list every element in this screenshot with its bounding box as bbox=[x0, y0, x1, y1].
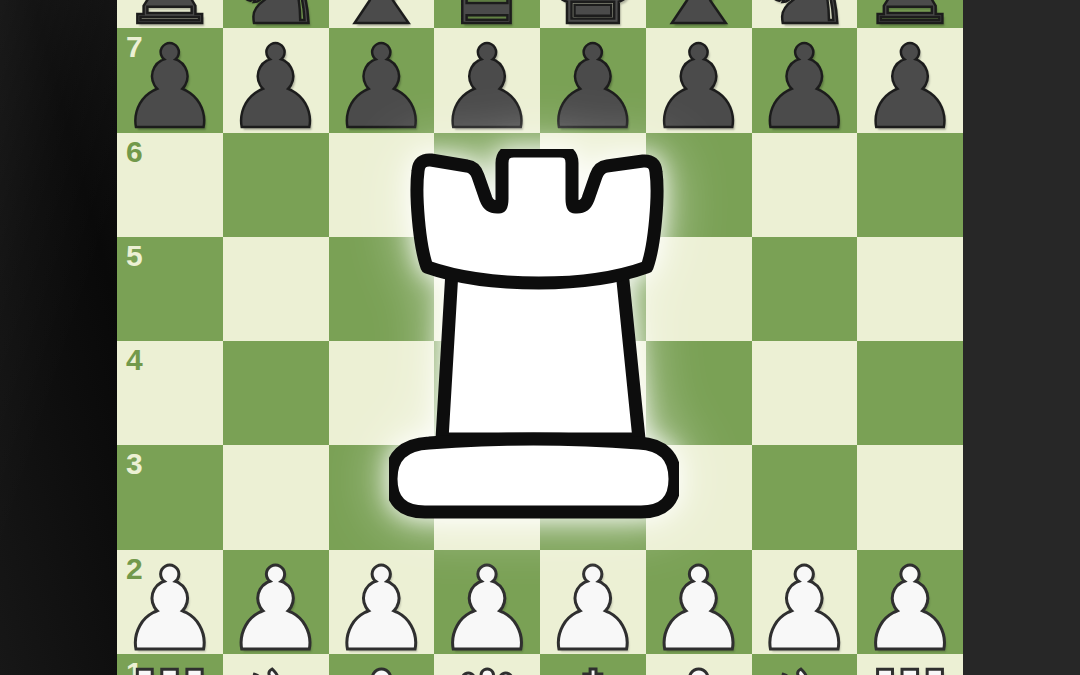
square-g6[interactable] bbox=[752, 133, 858, 237]
left-background-panel bbox=[0, 0, 117, 675]
rook-body bbox=[442, 271, 639, 439]
square-g4[interactable] bbox=[752, 341, 858, 445]
right-background-panel bbox=[963, 0, 1080, 675]
square-h2[interactable]: ♟ bbox=[857, 550, 963, 654]
white-bishop-piece[interactable]: ♝ bbox=[329, 661, 435, 675]
square-b5[interactable] bbox=[223, 237, 329, 341]
black-pawn-piece[interactable]: ♟ bbox=[329, 35, 435, 139]
white-king-piece[interactable]: ♚ bbox=[540, 661, 646, 675]
white-knight-piece[interactable]: ♞ bbox=[223, 661, 329, 675]
square-e7[interactable]: ♟ bbox=[540, 28, 646, 132]
square-a6[interactable]: 6 bbox=[117, 133, 223, 237]
square-g1[interactable]: ♞ bbox=[752, 654, 858, 675]
square-b6[interactable] bbox=[223, 133, 329, 237]
square-h4[interactable] bbox=[857, 341, 963, 445]
square-g2[interactable]: ♟ bbox=[752, 550, 858, 654]
black-pawn-piece[interactable]: ♟ bbox=[434, 35, 540, 139]
square-h7[interactable]: ♟ bbox=[857, 28, 963, 132]
rank-label-4: 4 bbox=[126, 343, 143, 376]
big-white-rook-icon bbox=[389, 149, 679, 519]
square-f7[interactable]: ♟ bbox=[646, 28, 752, 132]
rank-label-3: 3 bbox=[126, 447, 143, 480]
rank-label-6: 6 bbox=[126, 135, 143, 168]
square-a4[interactable]: 4 bbox=[117, 341, 223, 445]
black-pawn-piece[interactable]: ♟ bbox=[540, 35, 646, 139]
square-h1[interactable]: ♜ bbox=[857, 654, 963, 675]
black-pawn-piece[interactable]: ♟ bbox=[117, 35, 223, 139]
square-b3[interactable] bbox=[223, 445, 329, 549]
rank-label-5: 5 bbox=[126, 239, 143, 272]
square-c1[interactable]: ♝ bbox=[329, 654, 435, 675]
square-g3[interactable] bbox=[752, 445, 858, 549]
square-b1[interactable]: ♞ bbox=[223, 654, 329, 675]
white-bishop-piece[interactable]: ♝ bbox=[646, 661, 752, 675]
black-pawn-piece[interactable]: ♟ bbox=[646, 35, 752, 139]
square-d1[interactable]: ♛ bbox=[434, 654, 540, 675]
square-a5[interactable]: 5 bbox=[117, 237, 223, 341]
white-knight-piece[interactable]: ♞ bbox=[752, 661, 858, 675]
white-rook-piece[interactable]: ♜ bbox=[117, 661, 223, 675]
black-pawn-piece[interactable]: ♟ bbox=[857, 35, 963, 139]
square-f2[interactable]: ♟ bbox=[646, 550, 752, 654]
black-pawn-piece[interactable]: ♟ bbox=[752, 35, 858, 139]
square-b7[interactable]: ♟ bbox=[223, 28, 329, 132]
square-a3[interactable]: 3 bbox=[117, 445, 223, 549]
square-e1[interactable]: ♚ bbox=[540, 654, 646, 675]
white-queen-piece[interactable]: ♛ bbox=[434, 661, 540, 675]
square-h3[interactable] bbox=[857, 445, 963, 549]
square-g7[interactable]: ♟ bbox=[752, 28, 858, 132]
square-b2[interactable]: ♟ bbox=[223, 550, 329, 654]
square-h5[interactable] bbox=[857, 237, 963, 341]
square-a1[interactable]: 1♜ bbox=[117, 654, 223, 675]
square-c7[interactable]: ♟ bbox=[329, 28, 435, 132]
square-f1[interactable]: ♝ bbox=[646, 654, 752, 675]
square-d2[interactable]: ♟ bbox=[434, 550, 540, 654]
square-a7[interactable]: 7♟ bbox=[117, 28, 223, 132]
chess-app-screen: 8♜♞♝♛♚♝♞♜7♟♟♟♟♟♟♟♟65432♟♟♟♟♟♟♟♟1♜♞♝♛♚♝♞♜ bbox=[0, 0, 1080, 675]
square-b4[interactable] bbox=[223, 341, 329, 445]
square-e2[interactable]: ♟ bbox=[540, 550, 646, 654]
square-c2[interactable]: ♟ bbox=[329, 550, 435, 654]
square-a2[interactable]: 2♟ bbox=[117, 550, 223, 654]
rook-base bbox=[391, 439, 675, 512]
black-pawn-piece[interactable]: ♟ bbox=[223, 35, 329, 139]
square-d7[interactable]: ♟ bbox=[434, 28, 540, 132]
white-rook-piece[interactable]: ♜ bbox=[857, 661, 963, 675]
rook-crown bbox=[417, 151, 657, 283]
square-g5[interactable] bbox=[752, 237, 858, 341]
square-h6[interactable] bbox=[857, 133, 963, 237]
